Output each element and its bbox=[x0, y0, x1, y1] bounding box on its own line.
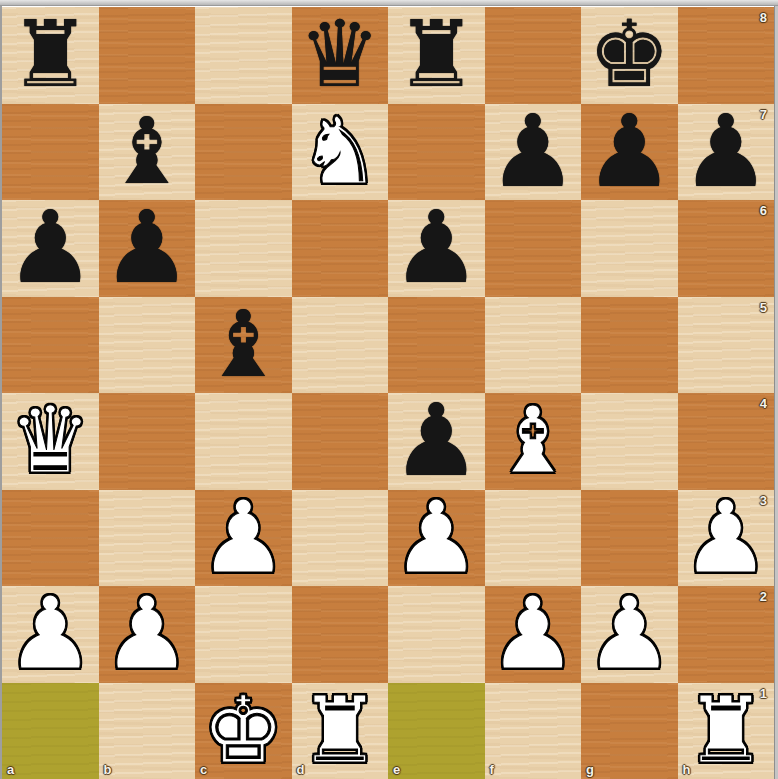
square-a3[interactable] bbox=[2, 490, 99, 587]
piece-black-pawn[interactable]: ♟ bbox=[485, 104, 582, 201]
square-g3[interactable] bbox=[581, 490, 678, 587]
rank-label-8: 8 bbox=[760, 11, 767, 24]
square-g6[interactable] bbox=[581, 200, 678, 297]
square-b2[interactable]: ♟ bbox=[99, 586, 196, 683]
square-c6[interactable] bbox=[195, 200, 292, 297]
square-a6[interactable]: ♟ bbox=[2, 200, 99, 297]
square-d3[interactable] bbox=[292, 490, 389, 587]
square-d5[interactable] bbox=[292, 297, 389, 394]
square-a2[interactable]: ♟ bbox=[2, 586, 99, 683]
square-c3[interactable]: ♟ bbox=[195, 490, 292, 587]
piece-white-pawn[interactable]: ♟ bbox=[195, 490, 292, 587]
square-g4[interactable] bbox=[581, 393, 678, 490]
square-h3[interactable]: ♟3 bbox=[678, 490, 775, 587]
piece-white-pawn[interactable]: ♟ bbox=[388, 490, 485, 587]
piece-black-pawn[interactable]: ♟ bbox=[99, 200, 196, 297]
square-c7[interactable] bbox=[195, 104, 292, 201]
square-d1[interactable]: ♜d bbox=[292, 683, 389, 779]
square-c4[interactable] bbox=[195, 393, 292, 490]
square-a7[interactable] bbox=[2, 104, 99, 201]
piece-white-pawn[interactable]: ♟ bbox=[678, 490, 775, 587]
square-f8[interactable] bbox=[485, 7, 582, 104]
square-b3[interactable] bbox=[99, 490, 196, 587]
rank-label-5: 5 bbox=[760, 301, 767, 314]
piece-black-king[interactable]: ♚ bbox=[581, 7, 678, 104]
square-b6[interactable]: ♟ bbox=[99, 200, 196, 297]
square-e7[interactable] bbox=[388, 104, 485, 201]
piece-black-bishop[interactable]: ♝ bbox=[195, 297, 292, 394]
piece-black-rook[interactable]: ♜ bbox=[388, 7, 485, 104]
file-label-b: b bbox=[104, 763, 112, 776]
square-f7[interactable]: ♟ bbox=[485, 104, 582, 201]
square-e5[interactable] bbox=[388, 297, 485, 394]
piece-white-pawn[interactable]: ♟ bbox=[2, 586, 99, 683]
square-e1[interactable]: e bbox=[388, 683, 485, 779]
piece-black-pawn[interactable]: ♟ bbox=[581, 104, 678, 201]
piece-white-pawn[interactable]: ♟ bbox=[581, 586, 678, 683]
chess-board[interactable]: ♜♛♜♚8♝♞♟♟♟7♟♟♟6♝5♛♟♝4♟♟♟3♟♟♟♟2ab♚c♜defg♜… bbox=[2, 7, 774, 779]
piece-white-knight[interactable]: ♞ bbox=[292, 104, 389, 201]
piece-white-king[interactable]: ♚ bbox=[195, 683, 292, 779]
square-h7[interactable]: ♟7 bbox=[678, 104, 775, 201]
square-b5[interactable] bbox=[99, 297, 196, 394]
square-b4[interactable] bbox=[99, 393, 196, 490]
square-c1[interactable]: ♚c bbox=[195, 683, 292, 779]
square-h6[interactable]: 6 bbox=[678, 200, 775, 297]
piece-white-queen[interactable]: ♛ bbox=[2, 393, 99, 490]
square-a8[interactable]: ♜ bbox=[2, 7, 99, 104]
piece-white-rook[interactable]: ♜ bbox=[678, 683, 775, 779]
square-g1[interactable]: g bbox=[581, 683, 678, 779]
square-g5[interactable] bbox=[581, 297, 678, 394]
piece-black-pawn[interactable]: ♟ bbox=[388, 393, 485, 490]
piece-white-bishop[interactable]: ♝ bbox=[485, 393, 582, 490]
board-container: ♜♛♜♚8♝♞♟♟♟7♟♟♟6♝5♛♟♝4♟♟♟3♟♟♟♟2ab♚c♜defg♜… bbox=[0, 0, 778, 779]
square-g8[interactable]: ♚ bbox=[581, 7, 678, 104]
square-f1[interactable]: f bbox=[485, 683, 582, 779]
square-a4[interactable]: ♛ bbox=[2, 393, 99, 490]
square-d7[interactable]: ♞ bbox=[292, 104, 389, 201]
square-f4[interactable]: ♝ bbox=[485, 393, 582, 490]
square-h8[interactable]: 8 bbox=[678, 7, 775, 104]
piece-white-pawn[interactable]: ♟ bbox=[99, 586, 196, 683]
piece-black-pawn[interactable]: ♟ bbox=[388, 200, 485, 297]
square-b8[interactable] bbox=[99, 7, 196, 104]
square-e6[interactable]: ♟ bbox=[388, 200, 485, 297]
piece-black-bishop[interactable]: ♝ bbox=[99, 104, 196, 201]
file-label-g: g bbox=[586, 763, 594, 776]
square-e2[interactable] bbox=[388, 586, 485, 683]
square-e3[interactable]: ♟ bbox=[388, 490, 485, 587]
square-e8[interactable]: ♜ bbox=[388, 7, 485, 104]
square-b7[interactable]: ♝ bbox=[99, 104, 196, 201]
square-a5[interactable] bbox=[2, 297, 99, 394]
square-f2[interactable]: ♟ bbox=[485, 586, 582, 683]
square-c5[interactable]: ♝ bbox=[195, 297, 292, 394]
square-d2[interactable] bbox=[292, 586, 389, 683]
square-g2[interactable]: ♟ bbox=[581, 586, 678, 683]
rank-label-6: 6 bbox=[760, 204, 767, 217]
square-h1[interactable]: ♜1h bbox=[678, 683, 775, 779]
square-d4[interactable] bbox=[292, 393, 389, 490]
file-label-a: a bbox=[7, 763, 14, 776]
piece-black-queen[interactable]: ♛ bbox=[292, 7, 389, 104]
square-f3[interactable] bbox=[485, 490, 582, 587]
piece-black-pawn[interactable]: ♟ bbox=[2, 200, 99, 297]
square-b1[interactable]: b bbox=[99, 683, 196, 779]
piece-white-pawn[interactable]: ♟ bbox=[485, 586, 582, 683]
square-h4[interactable]: 4 bbox=[678, 393, 775, 490]
board-frame-right bbox=[774, 6, 778, 779]
square-d6[interactable] bbox=[292, 200, 389, 297]
square-h5[interactable]: 5 bbox=[678, 297, 775, 394]
square-e4[interactable]: ♟ bbox=[388, 393, 485, 490]
square-g7[interactable]: ♟ bbox=[581, 104, 678, 201]
rank-label-2: 2 bbox=[760, 590, 767, 603]
piece-black-pawn[interactable]: ♟ bbox=[678, 104, 775, 201]
piece-white-rook[interactable]: ♜ bbox=[292, 683, 389, 779]
file-label-f: f bbox=[490, 763, 494, 776]
square-h2[interactable]: 2 bbox=[678, 586, 775, 683]
rank-label-4: 4 bbox=[760, 397, 767, 410]
square-d8[interactable]: ♛ bbox=[292, 7, 389, 104]
file-label-e: e bbox=[393, 763, 400, 776]
square-c8[interactable] bbox=[195, 7, 292, 104]
piece-black-rook[interactable]: ♜ bbox=[2, 7, 99, 104]
square-f5[interactable] bbox=[485, 297, 582, 394]
square-a1[interactable]: a bbox=[2, 683, 99, 779]
square-f6[interactable] bbox=[485, 200, 582, 297]
square-c2[interactable] bbox=[195, 586, 292, 683]
